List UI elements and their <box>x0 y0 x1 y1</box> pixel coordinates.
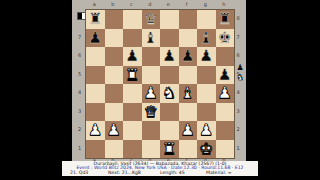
square-e2[interactable] <box>160 121 179 140</box>
square-b8[interactable] <box>105 10 124 29</box>
square-g6[interactable]: ♟ <box>197 47 216 66</box>
piece-black-rook[interactable]: ♜ <box>218 10 232 28</box>
square-g8[interactable] <box>197 10 216 29</box>
captured-material-tray: ♟ ♞ <box>235 63 245 83</box>
square-h1[interactable] <box>216 140 235 159</box>
square-f7[interactable] <box>179 29 198 48</box>
move-status-line: 21. Qd3Next: 21...Kg8Length: 45Material:… <box>62 171 258 176</box>
square-g4[interactable] <box>197 84 216 103</box>
square-g5[interactable] <box>197 66 216 85</box>
coordinate-label: d <box>141 1 160 8</box>
coordinate-label: c <box>122 1 141 8</box>
square-c7[interactable] <box>123 29 142 48</box>
square-f5[interactable] <box>179 66 198 85</box>
square-e4[interactable]: ♞ <box>160 84 179 103</box>
piece-black-king[interactable]: ♚ <box>218 29 232 47</box>
piece-white-king[interactable]: ♚ <box>199 140 213 158</box>
square-d7[interactable]: ♝ <box>142 29 161 48</box>
square-d6[interactable] <box>142 47 161 66</box>
square-h5[interactable]: ♟ <box>216 66 235 85</box>
square-b2[interactable]: ♟ <box>105 121 124 140</box>
square-c1[interactable] <box>123 140 142 159</box>
piece-black-pawn[interactable]: ♟ <box>218 66 232 84</box>
piece-black-bishop[interactable]: ♝ <box>144 29 158 47</box>
coordinate-label: 4 <box>75 83 84 102</box>
square-g1[interactable]: ♚ <box>197 140 216 159</box>
piece-white-rook[interactable]: ♜ <box>125 66 139 84</box>
piece-white-pawn[interactable]: ♟ <box>181 121 195 139</box>
square-f4[interactable]: ♝ <box>179 84 198 103</box>
piece-black-pawn[interactable]: ♟ <box>88 29 102 47</box>
tray-white-knight-icon: ♞ <box>236 73 243 83</box>
coordinate-label: f <box>178 1 197 8</box>
square-c4[interactable] <box>123 84 142 103</box>
square-e5[interactable] <box>160 66 179 85</box>
square-h4[interactable]: ♟ <box>216 84 235 103</box>
square-e6[interactable]: ♟ <box>160 47 179 66</box>
square-h6[interactable] <box>216 47 235 66</box>
square-h7[interactable]: ♚ <box>216 29 235 48</box>
square-b3[interactable] <box>105 103 124 122</box>
piece-white-pawn[interactable]: ♟ <box>144 84 158 102</box>
coordinate-label: e <box>159 1 178 8</box>
square-h8[interactable]: ♜ <box>216 10 235 29</box>
square-b5[interactable] <box>105 66 124 85</box>
square-f8[interactable] <box>179 10 198 29</box>
square-g2[interactable]: ♟ <box>197 121 216 140</box>
square-e1[interactable]: ♜ <box>160 140 179 159</box>
square-a5[interactable] <box>86 66 105 85</box>
piece-black-pawn[interactable]: ♟ <box>162 47 176 65</box>
piece-white-rook[interactable]: ♜ <box>162 140 176 158</box>
square-f3[interactable] <box>179 103 198 122</box>
chess-board[interactable]: ♜♛♜♟♝♝♚♟♟♟♟♜♟♟♞♝♟♛♟♟♟♟♜♚ <box>85 9 235 159</box>
square-a1[interactable] <box>86 140 105 159</box>
piece-black-pawn[interactable]: ♟ <box>125 47 139 65</box>
status-segment: Next: 21...Kg8 <box>108 171 160 176</box>
coordinate-label: b <box>104 1 123 8</box>
square-b4[interactable] <box>105 84 124 103</box>
square-h2[interactable] <box>216 121 235 140</box>
square-f2[interactable]: ♟ <box>179 121 198 140</box>
status-segment: Length: 45 <box>160 171 206 176</box>
square-g3[interactable] <box>197 103 216 122</box>
square-a8[interactable]: ♜ <box>86 10 105 29</box>
coordinate-label: 7 <box>75 28 84 47</box>
square-b6[interactable] <box>105 47 124 66</box>
square-a2[interactable]: ♟ <box>86 121 105 140</box>
coordinate-label: 3 <box>75 102 84 121</box>
square-a7[interactable]: ♟ <box>86 29 105 48</box>
square-d2[interactable] <box>142 121 161 140</box>
rank-labels-left: 87654321 <box>75 9 84 157</box>
piece-black-bishop[interactable]: ♝ <box>199 29 213 47</box>
square-c2[interactable] <box>123 121 142 140</box>
square-h3[interactable] <box>216 103 235 122</box>
screenshot-canvas: abcdefgh abcdefgh 87654321 87654321 ♜♛♜♟… <box>0 0 320 180</box>
square-f6[interactable]: ♟ <box>179 47 198 66</box>
square-a3[interactable] <box>86 103 105 122</box>
game-info-caption: Durarbayli, Vasif (2634) — Babazada, Kha… <box>62 161 258 176</box>
piece-black-queen[interactable]: ♛ <box>144 10 158 28</box>
piece-white-pawn[interactable]: ♟ <box>88 121 102 139</box>
square-a4[interactable] <box>86 84 105 103</box>
coordinate-label: 6 <box>75 46 84 65</box>
piece-white-knight[interactable]: ♞ <box>162 84 176 102</box>
square-c6[interactable]: ♟ <box>123 47 142 66</box>
square-d5[interactable] <box>142 66 161 85</box>
coordinate-label: 2 <box>75 120 84 139</box>
square-a6[interactable] <box>86 47 105 66</box>
piece-white-pawn[interactable]: ♟ <box>199 121 213 139</box>
square-c8[interactable] <box>123 10 142 29</box>
status-segment: Material: = <box>206 171 232 176</box>
square-e7[interactable] <box>160 29 179 48</box>
square-g7[interactable]: ♝ <box>197 29 216 48</box>
square-e8[interactable] <box>160 10 179 29</box>
file-labels-top: abcdefgh <box>85 1 233 8</box>
piece-white-queen[interactable]: ♛ <box>144 103 158 121</box>
square-b1[interactable] <box>105 140 124 159</box>
piece-white-pawn[interactable]: ♟ <box>107 121 121 139</box>
square-b7[interactable] <box>105 29 124 48</box>
tray-black-pawn-icon: ♟ <box>236 63 243 73</box>
piece-black-pawn[interactable]: ♟ <box>199 47 213 65</box>
coordinate-label: 5 <box>75 65 84 84</box>
coordinate-label: 1 <box>75 139 84 158</box>
piece-white-bishop[interactable]: ♝ <box>181 84 195 102</box>
square-e3[interactable] <box>160 103 179 122</box>
coordinate-label: h <box>215 1 234 8</box>
status-segment: 21. Qd3 <box>70 171 108 176</box>
coordinate-label: a <box>85 1 104 8</box>
square-d1[interactable] <box>142 140 161 159</box>
square-d3[interactable]: ♛ <box>142 103 161 122</box>
square-c5[interactable]: ♜ <box>123 66 142 85</box>
piece-white-pawn[interactable]: ♟ <box>218 84 232 102</box>
square-c3[interactable] <box>123 103 142 122</box>
coordinate-label: g <box>196 1 215 8</box>
square-d8[interactable]: ♛ <box>142 10 161 29</box>
square-f1[interactable] <box>179 140 198 159</box>
square-d4[interactable]: ♟ <box>142 84 161 103</box>
piece-black-rook[interactable]: ♜ <box>88 10 102 28</box>
piece-black-pawn[interactable]: ♟ <box>181 47 195 65</box>
